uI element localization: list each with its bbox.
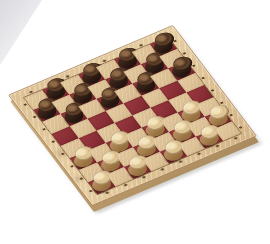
playing-grid <box>23 36 242 195</box>
checkers-board <box>8 25 257 206</box>
checkers-product-photo <box>0 0 270 244</box>
backdrop-corner-shade <box>0 0 60 80</box>
board-frame <box>8 25 257 206</box>
